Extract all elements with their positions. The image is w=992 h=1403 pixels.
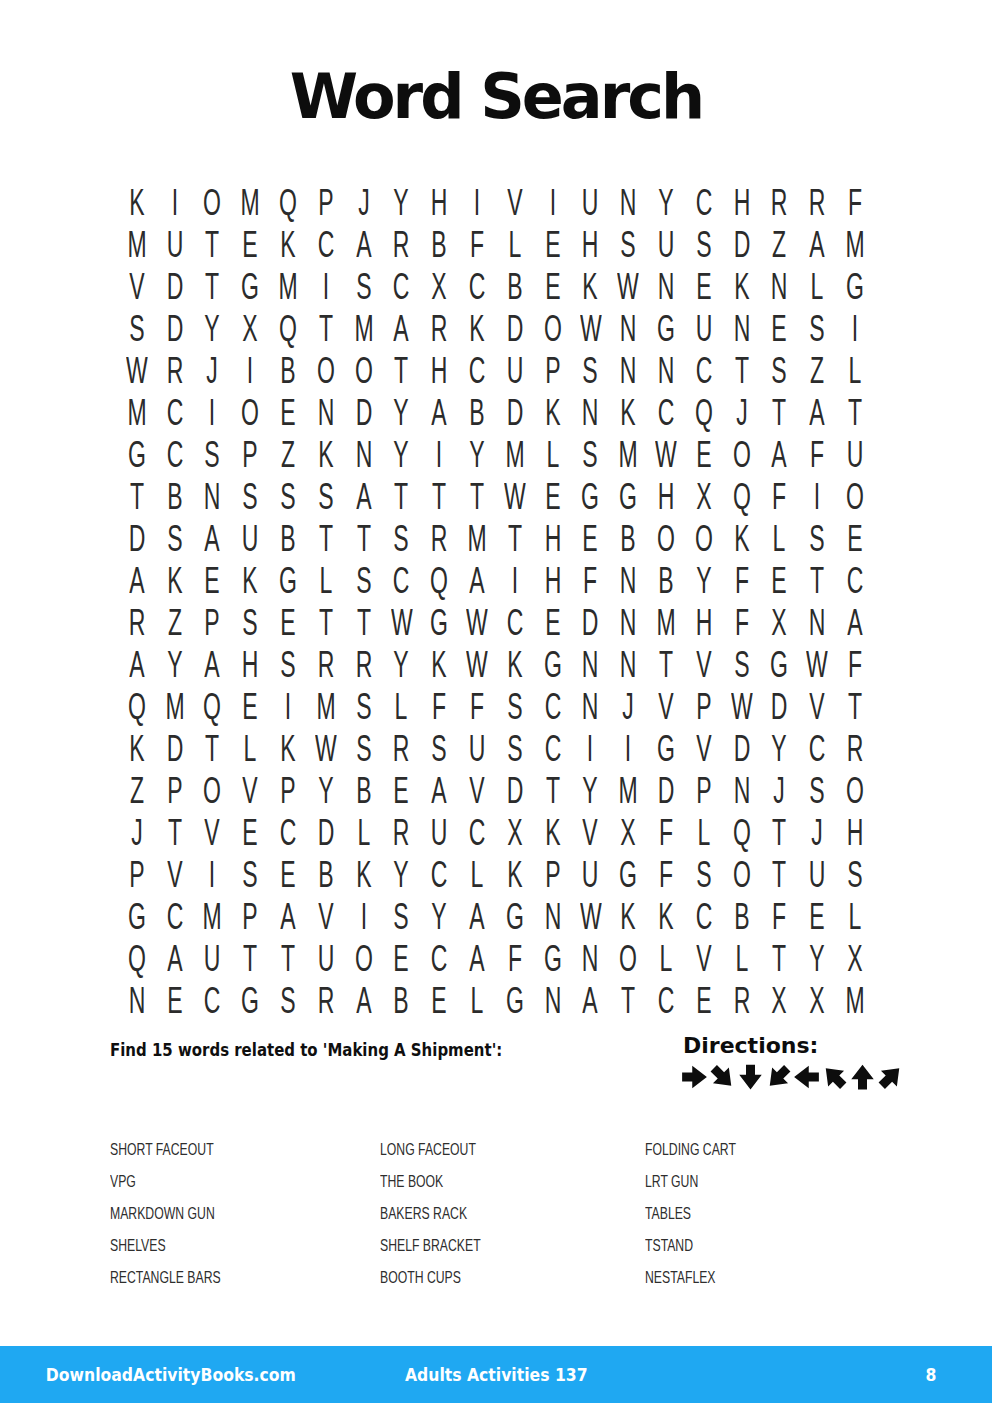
grid-cell: V — [307, 896, 345, 938]
grid-cell: T — [496, 518, 534, 560]
grid-cell: Y — [156, 644, 194, 686]
grid-cell: K — [723, 266, 761, 308]
grid-cell: Z — [269, 434, 307, 476]
grid-cell: M — [458, 518, 496, 560]
grid-cell: I — [156, 182, 194, 224]
word-item: NESTAFLEX — [645, 1262, 885, 1294]
grid-cell: B — [345, 770, 383, 812]
grid-cell: C — [420, 938, 458, 980]
grid-cell: Y — [798, 938, 836, 980]
grid-cell: Q — [118, 686, 156, 728]
grid-cell: W — [609, 266, 647, 308]
grid-cell: F — [420, 686, 458, 728]
grid-cell: C — [534, 728, 572, 770]
puzzle-prompt: Find 15 words related to 'Making A Shipm… — [110, 1040, 556, 1060]
grid-cell: U — [836, 434, 874, 476]
grid-cell: S — [307, 476, 345, 518]
grid-cell: X — [798, 980, 836, 1022]
grid-cell: N — [609, 350, 647, 392]
grid-cell: S — [345, 728, 383, 770]
grid-cell: A — [458, 896, 496, 938]
grid-cell: D — [345, 392, 383, 434]
grid-cell: A — [118, 644, 156, 686]
grid-cell: R — [118, 602, 156, 644]
grid-cell: J — [194, 350, 232, 392]
grid-cell: L — [496, 224, 534, 266]
grid-cell: G — [231, 980, 269, 1022]
grid-cell: K — [420, 644, 458, 686]
grid-cell: Y — [761, 728, 799, 770]
grid-cell: L — [383, 686, 421, 728]
grid-cell: C — [836, 560, 874, 602]
grid-cell: C — [685, 350, 723, 392]
grid-cell: J — [761, 770, 799, 812]
grid-cell: Z — [761, 224, 799, 266]
grid-cell: V — [798, 686, 836, 728]
grid-cell: Y — [420, 896, 458, 938]
grid-cell: M — [231, 182, 269, 224]
grid-cell: M — [836, 980, 874, 1022]
grid-cell: D — [496, 770, 534, 812]
grid-cell: X — [420, 266, 458, 308]
grid-cell: G — [496, 980, 534, 1022]
grid-cell: O — [307, 350, 345, 392]
grid-cell: V — [685, 938, 723, 980]
grid-cell: N — [307, 392, 345, 434]
grid-cell: Y — [383, 854, 421, 896]
grid-cell: K — [723, 518, 761, 560]
grid-cell: C — [647, 980, 685, 1022]
grid-cell: M — [118, 392, 156, 434]
grid-cell: K — [458, 308, 496, 350]
word-item: LRT GUN — [645, 1166, 885, 1198]
grid-cell: T — [383, 476, 421, 518]
grid-cell: X — [609, 812, 647, 854]
grid-cell: U — [685, 308, 723, 350]
grid-cell: Y — [458, 434, 496, 476]
grid-cell: W — [496, 476, 534, 518]
grid-cell: M — [836, 224, 874, 266]
grid-cell: E — [383, 938, 421, 980]
grid-cell: E — [420, 980, 458, 1022]
grid-cell: E — [269, 854, 307, 896]
grid-cell: P — [156, 770, 194, 812]
grid-cell: M — [496, 434, 534, 476]
grid-cell: I — [458, 182, 496, 224]
grid-cell: S — [231, 476, 269, 518]
grid-cell: N — [647, 350, 685, 392]
grid-cell: K — [496, 854, 534, 896]
grid-cell: I — [420, 434, 458, 476]
grid-cell: C — [458, 266, 496, 308]
grid-cell: I — [345, 896, 383, 938]
word-item: SHELF BRACKET — [380, 1230, 645, 1262]
grid-cell: N — [609, 182, 647, 224]
grid-cell: E — [685, 434, 723, 476]
grid-cell: W — [798, 644, 836, 686]
grid-cell: E — [231, 812, 269, 854]
grid-cell: P — [118, 854, 156, 896]
grid-cell: D — [156, 308, 194, 350]
grid-cell: Y — [572, 770, 610, 812]
grid-cell: S — [231, 854, 269, 896]
grid-cell: I — [231, 350, 269, 392]
grid-cell: R — [761, 182, 799, 224]
grid-cell: B — [647, 560, 685, 602]
grid-cell: K — [156, 560, 194, 602]
grid-cell: G — [496, 896, 534, 938]
grid-cell: F — [458, 686, 496, 728]
footer-bar: DownloadActivityBooks.com Adults Activit… — [0, 1346, 992, 1403]
grid-cell: I — [836, 308, 874, 350]
grid-cell: Q — [194, 686, 232, 728]
grid-cell: K — [647, 896, 685, 938]
grid-cell: C — [458, 812, 496, 854]
grid-cell: O — [194, 770, 232, 812]
grid-cell: T — [458, 476, 496, 518]
grid-cell: S — [496, 686, 534, 728]
grid-cell: E — [534, 602, 572, 644]
grid-cell: U — [307, 938, 345, 980]
grid-cell: S — [269, 476, 307, 518]
grid-cell: Z — [798, 350, 836, 392]
grid-cell: S — [269, 644, 307, 686]
word-item: RECTANGLE BARS — [110, 1262, 380, 1294]
grid-cell: B — [458, 392, 496, 434]
grid-cell: T — [383, 350, 421, 392]
grid-cell: D — [723, 224, 761, 266]
grid-cell: O — [685, 518, 723, 560]
grid-cell: S — [269, 980, 307, 1022]
grid-cell: L — [836, 896, 874, 938]
grid-cell: G — [647, 728, 685, 770]
grid-cell: B — [420, 224, 458, 266]
footer-page-number: 8 — [925, 1346, 937, 1403]
grid-cell: D — [496, 308, 534, 350]
grid-cell: S — [609, 224, 647, 266]
grid-cell: K — [345, 854, 383, 896]
grid-cell: Q — [269, 182, 307, 224]
grid-cell: A — [345, 224, 383, 266]
grid-cell: A — [458, 560, 496, 602]
grid-cell: D — [118, 518, 156, 560]
grid-cell: A — [383, 308, 421, 350]
grid-cell: K — [534, 392, 572, 434]
page-title: Word Search — [0, 60, 992, 133]
grid-cell: P — [534, 854, 572, 896]
grid-cell: G — [534, 644, 572, 686]
grid-cell: V — [194, 812, 232, 854]
grid-cell: C — [269, 812, 307, 854]
grid-cell: U — [420, 812, 458, 854]
grid-cell: I — [534, 182, 572, 224]
grid-cell: L — [685, 812, 723, 854]
grid-cell: W — [572, 308, 610, 350]
grid-cell: R — [156, 350, 194, 392]
grid-cell: K — [231, 560, 269, 602]
directions-arrows — [681, 1062, 904, 1092]
grid-cell: Z — [118, 770, 156, 812]
grid-cell: O — [534, 308, 572, 350]
grid-cell: C — [156, 434, 194, 476]
grid-cell: A — [420, 770, 458, 812]
grid-cell: T — [307, 602, 345, 644]
grid-cell: Q — [118, 938, 156, 980]
grid-cell: R — [798, 182, 836, 224]
grid-cell: S — [496, 728, 534, 770]
grid-cell: T — [723, 350, 761, 392]
grid-cell: C — [647, 392, 685, 434]
grid-cell: I — [609, 728, 647, 770]
grid-cell: Y — [383, 182, 421, 224]
word-item: LONG FACEOUT — [380, 1134, 645, 1166]
word-item: TABLES — [645, 1198, 885, 1230]
word-item: BAKERS RACK — [380, 1198, 645, 1230]
grid-cell: B — [723, 896, 761, 938]
grid-cell: U — [798, 854, 836, 896]
grid-cell: S — [345, 560, 383, 602]
grid-cell: W — [458, 644, 496, 686]
grid-cell: D — [647, 770, 685, 812]
grid-cell: N — [534, 980, 572, 1022]
grid-cell: V — [647, 686, 685, 728]
grid-cell: R — [307, 644, 345, 686]
grid-cell: H — [420, 350, 458, 392]
grid-cell: U — [572, 854, 610, 896]
grid-cell: L — [761, 518, 799, 560]
grid-cell: N — [647, 266, 685, 308]
puzzle-page: Word Search KIOMQPJYHIVIUNYCHRRFMUTEKCAR… — [0, 0, 992, 1403]
grid-cell: N — [798, 602, 836, 644]
directions-label: Directions: — [683, 1033, 818, 1058]
grid-cell: E — [836, 518, 874, 560]
grid-cell: N — [572, 392, 610, 434]
grid-cell: O — [723, 434, 761, 476]
grid-cell: Y — [383, 392, 421, 434]
grid-cell: N — [118, 980, 156, 1022]
grid-cell: E — [534, 266, 572, 308]
word-list-column: SHORT FACEOUTVPGMARKDOWN GUNSHELVESRECTA… — [110, 1134, 380, 1294]
word-list: SHORT FACEOUTVPGMARKDOWN GUNSHELVESRECTA… — [110, 1134, 885, 1294]
grid-cell: T — [761, 938, 799, 980]
grid-cell: C — [534, 686, 572, 728]
grid-cell: D — [496, 392, 534, 434]
grid-cell: L — [836, 350, 874, 392]
grid-cell: D — [307, 812, 345, 854]
grid-cell: C — [156, 392, 194, 434]
grid-cell: R — [836, 728, 874, 770]
grid-cell: H — [723, 182, 761, 224]
grid-cell: E — [269, 602, 307, 644]
grid-cell: A — [118, 560, 156, 602]
grid-cell: R — [420, 518, 458, 560]
grid-cell: L — [345, 812, 383, 854]
grid-cell: O — [836, 476, 874, 518]
grid-cell: T — [345, 602, 383, 644]
grid-cell: B — [383, 980, 421, 1022]
grid-cell: P — [534, 350, 572, 392]
grid-cell: R — [307, 980, 345, 1022]
grid-cell: P — [685, 770, 723, 812]
grid-cell: N — [609, 308, 647, 350]
word-item: THE BOOK — [380, 1166, 645, 1198]
grid-cell: M — [647, 602, 685, 644]
grid-cell: K — [572, 266, 610, 308]
grid-cell: C — [496, 602, 534, 644]
grid-cell: T — [269, 938, 307, 980]
grid-cell: K — [269, 728, 307, 770]
grid-cell: E — [194, 560, 232, 602]
grid-cell: O — [836, 770, 874, 812]
grid-cell: S — [194, 434, 232, 476]
grid-cell: W — [723, 686, 761, 728]
grid-cell: S — [383, 896, 421, 938]
grid-cell: W — [647, 434, 685, 476]
grid-cell: W — [383, 602, 421, 644]
grid-cell: S — [572, 350, 610, 392]
grid-cell: F — [496, 938, 534, 980]
grid-cell: A — [269, 896, 307, 938]
grid-cell: G — [647, 308, 685, 350]
grid-cell: E — [231, 686, 269, 728]
grid-cell: U — [647, 224, 685, 266]
grid-cell: I — [798, 476, 836, 518]
grid-cell: C — [194, 980, 232, 1022]
grid-cell: X — [231, 308, 269, 350]
grid-cell: M — [307, 686, 345, 728]
grid-cell: U — [496, 350, 534, 392]
grid-cell: P — [685, 686, 723, 728]
grid-cell: K — [307, 434, 345, 476]
grid-cell: R — [345, 644, 383, 686]
grid-cell: U — [156, 224, 194, 266]
grid-cell: G — [572, 476, 610, 518]
grid-cell: T — [307, 518, 345, 560]
grid-cell: L — [798, 266, 836, 308]
grid-cell: J — [118, 812, 156, 854]
grid-cell: F — [647, 854, 685, 896]
grid-cell: S — [345, 686, 383, 728]
grid-cell: P — [269, 770, 307, 812]
grid-cell: C — [685, 896, 723, 938]
grid-cell: T — [836, 392, 874, 434]
grid-cell: C — [156, 896, 194, 938]
grid-cell: S — [798, 308, 836, 350]
grid-cell: H — [534, 560, 572, 602]
grid-cell: T — [534, 770, 572, 812]
grid-cell: S — [572, 434, 610, 476]
grid-cell: L — [723, 938, 761, 980]
grid-cell: M — [609, 434, 647, 476]
grid-cell: U — [572, 182, 610, 224]
grid-cell: L — [458, 980, 496, 1022]
grid-cell: Q — [723, 812, 761, 854]
grid-cell: G — [231, 266, 269, 308]
grid-cell: F — [723, 602, 761, 644]
grid-cell: U — [458, 728, 496, 770]
grid-cell: I — [572, 728, 610, 770]
grid-cell: O — [647, 518, 685, 560]
grid-cell: T — [836, 686, 874, 728]
grid-cell: T — [609, 980, 647, 1022]
grid-cell: H — [534, 518, 572, 560]
grid-cell: S — [420, 728, 458, 770]
grid-cell: V — [496, 182, 534, 224]
grid-cell: H — [685, 602, 723, 644]
letter-grid: KIOMQPJYHIVIUNYCHRRFMUTEKCARBFLEHSUSDZAM… — [118, 182, 874, 1000]
grid-cell: G — [609, 476, 647, 518]
grid-cell: W — [307, 728, 345, 770]
grid-cell: J — [798, 812, 836, 854]
grid-cell: X — [685, 476, 723, 518]
grid-cell: E — [761, 308, 799, 350]
grid-cell: H — [420, 182, 458, 224]
word-item: BOOTH CUPS — [380, 1262, 645, 1294]
grid-cell: L — [231, 728, 269, 770]
grid-cell: U — [194, 938, 232, 980]
grid-cell: L — [534, 434, 572, 476]
grid-cell: T — [307, 308, 345, 350]
grid-cell: H — [836, 812, 874, 854]
grid-cell: T — [761, 392, 799, 434]
grid-cell: H — [572, 224, 610, 266]
grid-cell: Q — [269, 308, 307, 350]
grid-cell: Q — [723, 476, 761, 518]
grid-cell: W — [572, 896, 610, 938]
grid-cell: J — [609, 686, 647, 728]
grid-cell: B — [307, 854, 345, 896]
grid-cell: E — [685, 266, 723, 308]
word-item: VPG — [110, 1166, 380, 1198]
grid-cell: W — [118, 350, 156, 392]
grid-cell: S — [798, 518, 836, 560]
grid-cell: M — [118, 224, 156, 266]
grid-cell: S — [118, 308, 156, 350]
grid-cell: I — [269, 686, 307, 728]
grid-cell: M — [156, 686, 194, 728]
grid-cell: C — [458, 350, 496, 392]
grid-cell: G — [420, 602, 458, 644]
grid-cell: C — [798, 728, 836, 770]
grid-cell: V — [458, 770, 496, 812]
grid-cell: E — [383, 770, 421, 812]
grid-cell: Z — [156, 602, 194, 644]
grid-cell: G — [609, 854, 647, 896]
grid-cell: F — [761, 476, 799, 518]
grid-cell: T — [761, 812, 799, 854]
grid-cell: G — [118, 896, 156, 938]
grid-cell: E — [798, 896, 836, 938]
grid-cell: S — [345, 266, 383, 308]
grid-cell: K — [609, 392, 647, 434]
grid-cell: S — [836, 854, 874, 896]
grid-cell: X — [761, 980, 799, 1022]
grid-cell: K — [534, 812, 572, 854]
grid-cell: A — [345, 980, 383, 1022]
grid-cell: Y — [383, 434, 421, 476]
grid-cell: Y — [383, 644, 421, 686]
grid-cell: A — [194, 518, 232, 560]
grid-cell: E — [572, 518, 610, 560]
grid-cell: T — [420, 476, 458, 518]
grid-cell: F — [798, 434, 836, 476]
grid-cell: G — [534, 938, 572, 980]
grid-cell: F — [836, 182, 874, 224]
grid-cell: T — [194, 224, 232, 266]
grid-cell: T — [798, 560, 836, 602]
grid-cell: K — [269, 224, 307, 266]
grid-cell: Y — [194, 308, 232, 350]
